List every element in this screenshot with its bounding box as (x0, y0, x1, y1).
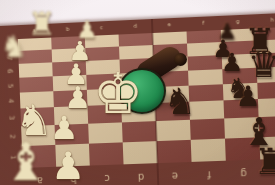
rank-label-5: 5 (6, 83, 13, 88)
white-knight-a7[interactable]: ♞ (1, 32, 28, 62)
file-label-far-c: c (100, 25, 103, 31)
square-d1[interactable] (123, 141, 158, 164)
file-label-near-c: c (104, 173, 110, 183)
file-label-far-e: e (167, 22, 171, 28)
file-label-far-f: f (202, 21, 204, 27)
square-f1[interactable] (191, 139, 226, 162)
white-pawn-b2[interactable]: ♟ (51, 147, 85, 185)
chess-photo: abcdefgh abcdefgh 87654321 ♜♟♟♜♞♟♟♟♛♟♞♟♟… (0, 0, 275, 185)
white-bishop-a1[interactable]: ♝ (3, 136, 50, 185)
black-pawn-h4[interactable]: ♟ (235, 83, 260, 111)
file-label-far-b: b (66, 27, 70, 33)
square-f2[interactable] (190, 118, 225, 139)
white-pawn-b3[interactable]: ♟ (50, 112, 79, 144)
file-label-near-d: d (138, 172, 145, 182)
black-pawn-h6[interactable]: ♟ (221, 50, 243, 75)
rank-label-3: 3 (7, 115, 14, 120)
black-knight-f4[interactable]: ♞ (164, 84, 196, 120)
file-label-far-d: d (133, 24, 137, 30)
black-queen-h5[interactable]: ♛ (248, 47, 275, 83)
black-rook-h1[interactable]: ♜ (254, 144, 275, 180)
rank-label-6: 6 (6, 69, 13, 74)
square-a5[interactable] (19, 76, 53, 92)
square-e2[interactable] (156, 120, 191, 141)
square-a6[interactable] (19, 62, 53, 77)
white-rook-a8[interactable]: ♜ (28, 8, 57, 40)
file-label-near-e: e (172, 170, 179, 180)
rank-label-4: 4 (7, 99, 14, 104)
white-king-d4[interactable]: ♚ (93, 66, 143, 122)
square-c1[interactable] (89, 142, 124, 165)
file-label-near-g: g (240, 168, 247, 178)
file-label-near-f: f (207, 169, 211, 179)
fallen-king-finial (174, 53, 187, 66)
square-e1[interactable] (157, 140, 192, 163)
